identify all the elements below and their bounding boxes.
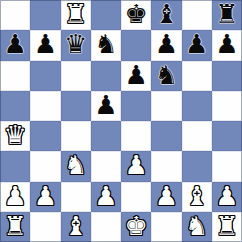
square-f5[interactable] (151, 91, 181, 121)
black-pawn: ♟ (124, 61, 147, 90)
square-e2[interactable] (121, 182, 151, 212)
square-b1[interactable] (30, 212, 60, 242)
square-h5[interactable] (212, 91, 242, 121)
white-bishop: ♝ (64, 212, 87, 241)
square-a6[interactable] (0, 61, 30, 91)
black-pawn: ♟ (215, 30, 238, 59)
square-g2[interactable]: ♝ (182, 182, 212, 212)
black-bishop: ♝ (155, 0, 178, 29)
square-a3[interactable] (0, 151, 30, 181)
square-f6[interactable]: ♞ (151, 61, 181, 91)
square-d6[interactable] (91, 61, 121, 91)
white-king: ♚ (124, 212, 147, 241)
square-b7[interactable]: ♟ (30, 30, 60, 60)
square-h3[interactable] (212, 151, 242, 181)
chess-board: ♜♚♝♜♟♟♛♞♟♟♟♟♞♟♛♞♟♟♟♟♟♝♟♜♝♚♞♜ (0, 0, 242, 242)
square-d1[interactable] (91, 212, 121, 242)
square-a5[interactable] (0, 91, 30, 121)
square-d8[interactable] (91, 0, 121, 30)
square-c3[interactable]: ♞ (61, 151, 91, 181)
white-pawn: ♟ (3, 182, 26, 211)
white-rook: ♜ (3, 212, 26, 241)
square-h2[interactable]: ♟ (212, 182, 242, 212)
square-h1[interactable]: ♜ (212, 212, 242, 242)
square-a2[interactable]: ♟ (0, 182, 30, 212)
black-pawn: ♟ (3, 30, 26, 59)
white-pawn: ♟ (124, 151, 147, 180)
white-pawn: ♟ (215, 182, 238, 211)
black-pawn: ♟ (155, 30, 178, 59)
square-c1[interactable]: ♝ (61, 212, 91, 242)
black-king: ♚ (124, 0, 147, 29)
square-b2[interactable]: ♟ (30, 182, 60, 212)
square-g8[interactable] (182, 0, 212, 30)
square-h4[interactable] (212, 121, 242, 151)
square-b3[interactable] (30, 151, 60, 181)
white-bishop: ♝ (185, 182, 208, 211)
square-e4[interactable] (121, 121, 151, 151)
square-b8[interactable] (30, 0, 60, 30)
white-pawn: ♟ (94, 182, 117, 211)
black-rook: ♜ (215, 0, 238, 29)
square-d3[interactable] (91, 151, 121, 181)
white-knight: ♞ (64, 151, 87, 180)
square-h6[interactable] (212, 61, 242, 91)
black-knight: ♞ (155, 61, 178, 90)
square-c6[interactable] (61, 61, 91, 91)
square-f3[interactable] (151, 151, 181, 181)
white-rook: ♜ (64, 0, 87, 29)
square-c4[interactable] (61, 121, 91, 151)
white-pawn: ♟ (34, 182, 57, 211)
white-rook: ♜ (215, 212, 238, 241)
square-h8[interactable]: ♜ (212, 0, 242, 30)
square-e5[interactable] (121, 91, 151, 121)
square-g7[interactable]: ♟ (182, 30, 212, 60)
square-f1[interactable] (151, 212, 181, 242)
square-d5[interactable]: ♟ (91, 91, 121, 121)
square-d2[interactable]: ♟ (91, 182, 121, 212)
square-e6[interactable]: ♟ (121, 61, 151, 91)
square-e1[interactable]: ♚ (121, 212, 151, 242)
square-b4[interactable] (30, 121, 60, 151)
square-e7[interactable] (121, 30, 151, 60)
black-knight: ♞ (94, 30, 117, 59)
square-a1[interactable]: ♜ (0, 212, 30, 242)
white-queen: ♛ (3, 121, 26, 150)
square-d7[interactable]: ♞ (91, 30, 121, 60)
square-f4[interactable] (151, 121, 181, 151)
square-c7[interactable]: ♛ (61, 30, 91, 60)
square-b6[interactable] (30, 61, 60, 91)
white-knight: ♞ (185, 212, 208, 241)
black-pawn: ♟ (94, 91, 117, 120)
square-c5[interactable] (61, 91, 91, 121)
black-queen: ♛ (64, 30, 87, 59)
square-b5[interactable] (30, 91, 60, 121)
square-c2[interactable] (61, 182, 91, 212)
square-f8[interactable]: ♝ (151, 0, 181, 30)
square-e8[interactable]: ♚ (121, 0, 151, 30)
square-a8[interactable] (0, 0, 30, 30)
square-g6[interactable] (182, 61, 212, 91)
square-h7[interactable]: ♟ (212, 30, 242, 60)
black-pawn: ♟ (34, 30, 57, 59)
square-g4[interactable] (182, 121, 212, 151)
square-a4[interactable]: ♛ (0, 121, 30, 151)
square-f2[interactable]: ♟ (151, 182, 181, 212)
square-g1[interactable]: ♞ (182, 212, 212, 242)
square-g5[interactable] (182, 91, 212, 121)
square-d4[interactable] (91, 121, 121, 151)
square-f7[interactable]: ♟ (151, 30, 181, 60)
white-pawn: ♟ (155, 182, 178, 211)
black-pawn: ♟ (185, 30, 208, 59)
square-c8[interactable]: ♜ (61, 0, 91, 30)
square-a7[interactable]: ♟ (0, 30, 30, 60)
square-g3[interactable] (182, 151, 212, 181)
square-e3[interactable]: ♟ (121, 151, 151, 181)
